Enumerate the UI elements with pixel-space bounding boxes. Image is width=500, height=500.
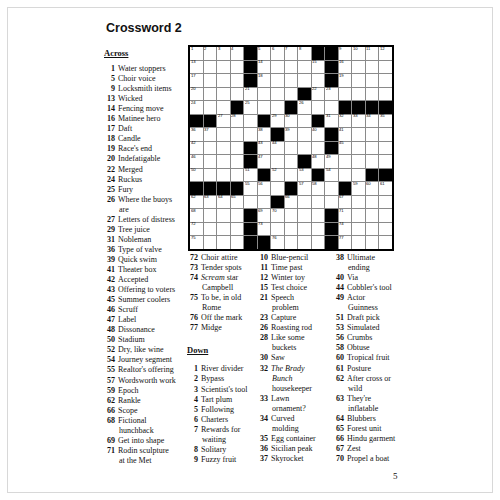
- grid-cell[interactable]: 52: [271, 169, 284, 182]
- clue-item: 11Time past: [257, 263, 324, 273]
- grid-cell[interactable]: 25: [244, 101, 257, 114]
- grid-cell[interactable]: [379, 196, 392, 209]
- grid-cell[interactable]: 46: [190, 155, 203, 168]
- grid-cell[interactable]: [231, 155, 244, 168]
- grid-cell[interactable]: 23: [325, 88, 338, 101]
- clue-column-1: Across 1Water stoppers5Choir voice9Locks…: [104, 48, 188, 466]
- grid-cell[interactable]: 5: [258, 47, 271, 60]
- cell-number: 22: [312, 87, 317, 92]
- cell-number: 73: [258, 222, 263, 227]
- grid-cell[interactable]: 66: [285, 196, 298, 209]
- grid-cell[interactable]: 74: [339, 223, 352, 236]
- clue-item: 8Solitary: [187, 445, 257, 455]
- grid-cell[interactable]: [285, 169, 298, 182]
- clue-text: Fury: [118, 185, 133, 194]
- grid-cell[interactable]: [325, 196, 338, 209]
- grid-cell[interactable]: 29: [271, 115, 284, 128]
- grid-cell[interactable]: 53: [298, 169, 311, 182]
- grid-cell[interactable]: [352, 155, 365, 168]
- grid-cell[interactable]: [285, 223, 298, 236]
- grid-cell[interactable]: [244, 196, 257, 209]
- grid-cell[interactable]: [366, 196, 379, 209]
- grid-cell[interactable]: 69: [258, 209, 271, 222]
- clue-item: 9Fuzzy fruit: [187, 455, 257, 465]
- grid-cell[interactable]: 3: [217, 47, 230, 60]
- grid-cell[interactable]: 77: [339, 236, 352, 249]
- clue-number: 13: [104, 94, 115, 104]
- grid-cell[interactable]: [231, 223, 244, 236]
- black-cell: [258, 236, 271, 249]
- clue-number: 23: [257, 313, 268, 323]
- clue-item: 62Rankle: [104, 396, 188, 406]
- clue-item: 59Epoch: [104, 386, 188, 396]
- clue-text: Ruckus: [118, 175, 142, 184]
- grid-cell[interactable]: 21: [244, 88, 257, 101]
- clue-number: 54: [104, 355, 115, 365]
- grid-cell[interactable]: 48: [312, 155, 325, 168]
- grid-cell[interactable]: 4: [231, 47, 244, 60]
- grid-cell[interactable]: [231, 236, 244, 249]
- grid-cell[interactable]: 16: [339, 61, 352, 74]
- grid-cell[interactable]: 33: [352, 115, 365, 128]
- clue-number: 71: [104, 446, 115, 456]
- grid-cell[interactable]: 60: [366, 182, 379, 195]
- clue-number: 14: [104, 104, 115, 114]
- clue-item: 39Quick swim: [104, 255, 188, 265]
- cell-number: 5: [258, 47, 260, 52]
- grid-cell[interactable]: 36: [190, 128, 203, 141]
- clue-number: 48: [104, 325, 115, 335]
- grid-cell[interactable]: [379, 61, 392, 74]
- grid-cell[interactable]: [285, 88, 298, 101]
- grid-cell[interactable]: 49: [325, 155, 338, 168]
- cell-number: 17: [191, 74, 196, 79]
- black-cell: [325, 236, 338, 249]
- grid-cell[interactable]: 38: [258, 128, 271, 141]
- grid-cell[interactable]: 15: [312, 61, 325, 74]
- clue-item: 40Via: [333, 273, 407, 283]
- grid-cell[interactable]: [217, 236, 230, 249]
- grid-cell[interactable]: 37: [204, 128, 217, 141]
- grid-cell[interactable]: [217, 223, 230, 236]
- clue-number: 46: [104, 305, 115, 315]
- clue-number: 30: [257, 353, 268, 363]
- grid-cell[interactable]: [312, 196, 325, 209]
- cell-number: 40: [312, 128, 317, 133]
- grid-cell[interactable]: 39: [285, 128, 298, 141]
- grid-cell[interactable]: 50: [190, 169, 203, 182]
- grid-cell[interactable]: 41: [339, 128, 352, 141]
- clue-text: Quick swim: [118, 255, 157, 264]
- grid-cell[interactable]: [285, 74, 298, 87]
- grid-cell[interactable]: [231, 61, 244, 74]
- grid-cell[interactable]: [204, 223, 217, 236]
- grid-cell[interactable]: 18: [258, 74, 271, 87]
- grid-cell[interactable]: 45: [339, 142, 352, 155]
- grid-cell[interactable]: [217, 169, 230, 182]
- cell-number: 29: [272, 114, 277, 119]
- grid-cell[interactable]: [217, 61, 230, 74]
- grid-cell[interactable]: [352, 236, 365, 249]
- grid-cell[interactable]: [231, 209, 244, 222]
- grid-cell[interactable]: [352, 196, 365, 209]
- clue-text: Choir voice: [118, 74, 156, 83]
- grid-cell[interactable]: [231, 128, 244, 141]
- clue-text: Matinee hero: [118, 114, 160, 123]
- grid-cell[interactable]: 72: [190, 223, 203, 236]
- grid-cell[interactable]: [204, 209, 217, 222]
- grid-cell[interactable]: [204, 74, 217, 87]
- grid-cell[interactable]: [379, 223, 392, 236]
- clue-text: Curved molding: [271, 414, 299, 433]
- clue-number: 29: [104, 225, 115, 235]
- grid-cell[interactable]: [217, 209, 230, 222]
- grid-cell[interactable]: [204, 155, 217, 168]
- grid-cell[interactable]: [271, 61, 284, 74]
- clue-item: 20Indefatigable: [104, 154, 188, 164]
- grid-cell[interactable]: [366, 155, 379, 168]
- grid-cell[interactable]: 68: [190, 209, 203, 222]
- grid-cell[interactable]: [352, 88, 365, 101]
- cell-number: 10: [353, 47, 358, 52]
- clue-item: 36Type of valve: [104, 245, 188, 255]
- grid-cell[interactable]: 14: [258, 61, 271, 74]
- clue-number: 16: [104, 114, 115, 124]
- grid-cell[interactable]: [366, 209, 379, 222]
- clue-text: Like some buckets: [271, 333, 305, 352]
- grid-cell[interactable]: 75: [190, 236, 203, 249]
- grid-cell[interactable]: [217, 155, 230, 168]
- grid-cell[interactable]: 8: [298, 47, 311, 60]
- grid-cell[interactable]: [379, 128, 392, 141]
- cell-number: 38: [258, 128, 263, 133]
- clue-text: After cross or wild: [347, 374, 391, 393]
- cell-number: 12: [380, 47, 385, 52]
- grid-cell[interactable]: [312, 209, 325, 222]
- clue-number: 22: [104, 165, 115, 175]
- grid-cell[interactable]: [258, 101, 271, 114]
- grid-cell[interactable]: [298, 74, 311, 87]
- clue-text: Letters of distress: [118, 215, 175, 224]
- grid-cell[interactable]: [204, 169, 217, 182]
- clue-number: 62: [104, 396, 115, 406]
- grid-cell[interactable]: 43: [258, 142, 271, 155]
- grid-cell[interactable]: [231, 74, 244, 87]
- clue-number: 64: [333, 414, 344, 424]
- grid-cell[interactable]: [312, 142, 325, 155]
- clue-text: Scope: [118, 406, 138, 415]
- grid-cell[interactable]: [352, 209, 365, 222]
- clue-item: 77Midge: [187, 323, 257, 333]
- clue-number: 49: [333, 293, 344, 303]
- cell-number: 24: [191, 101, 196, 106]
- clue-text: Draft pick: [347, 313, 380, 322]
- cell-number: 33: [353, 114, 358, 119]
- grid-cell[interactable]: [352, 74, 365, 87]
- clue-number: 43: [104, 285, 115, 295]
- grid-cell[interactable]: 70: [271, 209, 284, 222]
- grid-cell[interactable]: 6: [271, 47, 284, 60]
- grid-cell[interactable]: 10: [352, 47, 365, 60]
- grid-cell[interactable]: 9: [339, 47, 352, 60]
- grid-cell[interactable]: [285, 142, 298, 155]
- clue-number: 47: [104, 315, 115, 325]
- grid-cell[interactable]: [298, 223, 311, 236]
- clue-item: 71Rodin sculpture at the Met: [104, 446, 188, 466]
- clue-number: 75: [187, 293, 198, 303]
- grid-cell[interactable]: [379, 74, 392, 87]
- clue-item: 1River divider: [187, 364, 257, 374]
- grid-cell[interactable]: [298, 236, 311, 249]
- grid-cell[interactable]: [298, 209, 311, 222]
- clue-item: 60Tropical fruit: [333, 353, 407, 363]
- grid-cell[interactable]: 34: [366, 115, 379, 128]
- grid-cell[interactable]: [204, 236, 217, 249]
- cell-number: 59: [353, 182, 358, 187]
- cell-number: 11: [366, 47, 370, 52]
- clue-item: 46Scruff: [104, 305, 188, 315]
- grid-cell[interactable]: 40: [312, 128, 325, 141]
- clue-number: 8: [187, 445, 198, 455]
- clue-number: 2: [187, 374, 198, 384]
- clue-item: 34Curved molding: [257, 414, 324, 434]
- grid-cell[interactable]: 31: [325, 115, 338, 128]
- grid-cell[interactable]: [285, 209, 298, 222]
- grid-cell[interactable]: [231, 142, 244, 155]
- grid-cell[interactable]: [379, 209, 392, 222]
- grid-cell[interactable]: 12: [379, 47, 392, 60]
- grid-cell[interactable]: 51: [244, 169, 257, 182]
- grid-cell[interactable]: 24: [190, 101, 203, 114]
- grid-cell[interactable]: 1: [190, 47, 203, 60]
- clue-item: 5Choir voice: [104, 74, 188, 84]
- black-cell: [204, 182, 217, 195]
- grid-cell[interactable]: 59: [352, 182, 365, 195]
- grid-cell[interactable]: 2: [204, 47, 217, 60]
- grid-cell[interactable]: [379, 155, 392, 168]
- clue-number: 26: [104, 195, 115, 205]
- clue-item: 26Roasting rod: [257, 323, 324, 333]
- grid-cell[interactable]: [352, 223, 365, 236]
- clue-number: 41: [104, 265, 115, 275]
- clue-text: Saw: [271, 353, 285, 362]
- clue-number: 55: [104, 365, 115, 375]
- clue-text: Fencing move: [118, 104, 164, 113]
- grid-cell[interactable]: 54: [325, 169, 338, 182]
- grid-cell[interactable]: 47: [258, 155, 271, 168]
- clue-number: 65: [333, 424, 344, 434]
- clue-number: 1: [104, 64, 115, 74]
- clue-text: Where the buoys are: [118, 195, 172, 214]
- grid-cell[interactable]: [366, 142, 379, 155]
- grid-cell[interactable]: [258, 88, 271, 101]
- grid-cell[interactable]: [352, 142, 365, 155]
- cell-number: 6: [272, 47, 274, 52]
- clue-item: 15Test choice: [257, 283, 324, 293]
- grid-cell[interactable]: 55: [244, 182, 257, 195]
- grid-cell[interactable]: [285, 236, 298, 249]
- across-clues: 1Water stoppers5Choir voice9Locksmith it…: [104, 64, 188, 466]
- black-cell: [244, 74, 257, 87]
- cell-number: 27: [218, 114, 223, 119]
- grid-cell[interactable]: 32: [339, 115, 352, 128]
- grid-cell[interactable]: 71: [339, 209, 352, 222]
- grid-cell[interactable]: 7: [285, 47, 298, 60]
- cell-number: 58: [312, 182, 317, 187]
- grid-cell[interactable]: [231, 169, 244, 182]
- cell-number: 64: [218, 195, 223, 200]
- grid-cell[interactable]: [204, 101, 217, 114]
- grid-cell[interactable]: [271, 155, 284, 168]
- clue-number: 58: [333, 343, 344, 353]
- grid-cell[interactable]: [217, 74, 230, 87]
- grid-cell[interactable]: 30: [285, 115, 298, 128]
- grid-cell[interactable]: [366, 236, 379, 249]
- grid-cell[interactable]: [312, 223, 325, 236]
- clue-number: 5: [104, 74, 115, 84]
- grid-cell[interactable]: [325, 182, 338, 195]
- grid-cell[interactable]: [204, 142, 217, 155]
- grid-cell[interactable]: 28: [231, 115, 244, 128]
- grid-cell[interactable]: 57: [298, 182, 311, 195]
- clue-item: 27Letters of distress: [104, 215, 188, 225]
- grid-cell[interactable]: 26: [298, 101, 311, 114]
- grid-cell[interactable]: 19: [339, 74, 352, 87]
- grid-cell[interactable]: [298, 115, 311, 128]
- grid-cell[interactable]: [204, 88, 217, 101]
- cell-number: 69: [258, 209, 263, 214]
- clue-item: 28Like some buckets: [257, 333, 324, 353]
- cell-number: 1: [191, 47, 193, 52]
- grid-cell[interactable]: [231, 88, 244, 101]
- grid-cell[interactable]: 58: [312, 182, 325, 195]
- clue-number: 20: [104, 154, 115, 164]
- grid-cell[interactable]: [244, 115, 257, 128]
- cell-number: 32: [339, 114, 344, 119]
- grid-cell[interactable]: 65: [231, 196, 244, 209]
- grid-cell[interactable]: 27: [217, 115, 230, 128]
- grid-cell[interactable]: [217, 101, 230, 114]
- grid-cell[interactable]: 73: [258, 223, 271, 236]
- grid-cell[interactable]: [339, 88, 352, 101]
- grid-cell[interactable]: [217, 142, 230, 155]
- grid-cell[interactable]: [366, 61, 379, 74]
- grid-cell[interactable]: [204, 61, 217, 74]
- grid-cell[interactable]: [325, 101, 338, 114]
- grid-cell[interactable]: [285, 61, 298, 74]
- cell-number: 53: [299, 168, 304, 173]
- grid-cell[interactable]: 20: [190, 88, 203, 101]
- clue-text: Race's end: [118, 144, 152, 153]
- grid-cell[interactable]: [271, 101, 284, 114]
- clue-number: 67: [333, 444, 344, 454]
- grid-cell[interactable]: [379, 236, 392, 249]
- cell-number: 4: [231, 47, 233, 52]
- grid-cell[interactable]: [312, 236, 325, 249]
- clue-item: 67Zest: [333, 444, 407, 454]
- clue-text: Midge: [201, 323, 222, 332]
- clue-number: 76: [187, 313, 198, 323]
- clue-item: 16Matinee hero: [104, 114, 188, 124]
- clue-number: 4: [187, 395, 198, 405]
- cell-number: 76: [272, 236, 277, 241]
- grid-cell[interactable]: 44: [271, 142, 284, 155]
- grid-cell[interactable]: 56: [258, 182, 271, 195]
- grid-cell[interactable]: [298, 128, 311, 141]
- grid-cell[interactable]: [298, 196, 311, 209]
- grid-cell[interactable]: [352, 128, 365, 141]
- clue-number: 70: [333, 454, 344, 464]
- grid-cell[interactable]: 22: [312, 88, 325, 101]
- grid-cell[interactable]: 35: [379, 115, 392, 128]
- cell-number: 18: [258, 74, 263, 79]
- clue-number: 50: [104, 335, 115, 345]
- black-cell: [231, 182, 244, 195]
- grid-cell[interactable]: [271, 88, 284, 101]
- grid-cell[interactable]: [271, 74, 284, 87]
- grid-cell[interactable]: 76: [271, 236, 284, 249]
- grid-cell[interactable]: [258, 196, 271, 209]
- grid-cell[interactable]: [271, 223, 284, 236]
- grid-cell[interactable]: 13: [190, 61, 203, 74]
- grid-cell[interactable]: [352, 61, 365, 74]
- grid-cell[interactable]: [366, 88, 379, 101]
- grid-cell[interactable]: [312, 74, 325, 87]
- cell-number: 21: [245, 87, 250, 92]
- clue-text: Tree juice: [118, 225, 150, 234]
- grid-cell[interactable]: [379, 88, 392, 101]
- clue-text: Rankle: [118, 396, 141, 405]
- clue-text: Lawn ornament?: [271, 394, 306, 413]
- clue-item: 73Tender spots: [187, 263, 257, 273]
- grid-cell[interactable]: [352, 169, 365, 182]
- grid-cell[interactable]: [285, 155, 298, 168]
- grid-cell[interactable]: 67: [339, 196, 352, 209]
- grid-cell[interactable]: 62: [190, 196, 203, 209]
- grid-cell[interactable]: [312, 101, 325, 114]
- grid-cell[interactable]: 17: [190, 74, 203, 87]
- grid-cell[interactable]: [298, 142, 311, 155]
- grid-cell[interactable]: [366, 74, 379, 87]
- grid-cell[interactable]: [298, 61, 311, 74]
- grid-cell[interactable]: [244, 128, 257, 141]
- clue-text: Hindu garment: [347, 434, 395, 443]
- clue-column-3: 10Blue-pencil11Time past12Winter toy15Te…: [257, 253, 324, 464]
- grid-cell[interactable]: 61: [379, 182, 392, 195]
- clue-number: 26: [257, 323, 268, 333]
- clue-number: 77: [187, 323, 198, 333]
- grid-cell[interactable]: 63: [204, 196, 217, 209]
- grid-cell[interactable]: [217, 88, 230, 101]
- grid-cell[interactable]: [217, 128, 230, 141]
- cell-number: 26: [299, 101, 304, 106]
- grid-cell[interactable]: [339, 155, 352, 168]
- grid-cell[interactable]: 42: [190, 142, 203, 155]
- grid-cell[interactable]: [366, 128, 379, 141]
- clue-item: 47Label: [104, 315, 188, 325]
- clue-text: Summer coolers: [118, 295, 170, 304]
- grid-cell[interactable]: [339, 169, 352, 182]
- clue-item: 29Tree juice: [104, 225, 188, 235]
- cell-number: 9: [339, 47, 341, 52]
- grid-cell[interactable]: 64: [217, 196, 230, 209]
- cell-number: 3: [218, 47, 220, 52]
- grid-cell[interactable]: [366, 223, 379, 236]
- grid-cell[interactable]: 11: [366, 47, 379, 60]
- black-cell: [379, 169, 392, 182]
- grid-cell[interactable]: [271, 182, 284, 195]
- grid-cell[interactable]: [379, 142, 392, 155]
